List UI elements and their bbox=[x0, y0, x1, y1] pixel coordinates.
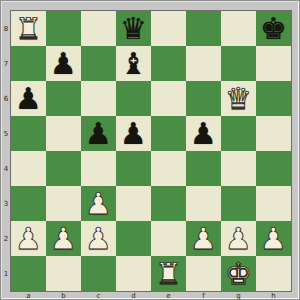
square-c3[interactable]: ♟ bbox=[81, 186, 116, 221]
square-f5[interactable]: ♟ bbox=[186, 116, 221, 151]
piece-black-pawn[interactable]: ♟ bbox=[85, 119, 112, 149]
square-a4[interactable] bbox=[11, 151, 46, 186]
file-label-h: h bbox=[256, 290, 291, 300]
square-g5[interactable] bbox=[221, 116, 256, 151]
square-h6[interactable] bbox=[256, 81, 291, 116]
square-c4[interactable] bbox=[81, 151, 116, 186]
square-f2[interactable]: ♟ bbox=[186, 221, 221, 256]
square-h5[interactable] bbox=[256, 116, 291, 151]
piece-black-pawn[interactable]: ♟ bbox=[190, 119, 217, 149]
square-d6[interactable] bbox=[116, 81, 151, 116]
piece-black-king[interactable]: ♚ bbox=[260, 14, 287, 44]
square-g7[interactable] bbox=[221, 46, 256, 81]
rank-label-3: 3 bbox=[1, 186, 11, 221]
rank-label-4: 4 bbox=[1, 151, 11, 186]
square-d4[interactable] bbox=[116, 151, 151, 186]
square-f8[interactable] bbox=[186, 11, 221, 46]
square-e8[interactable] bbox=[151, 11, 186, 46]
square-d2[interactable] bbox=[116, 221, 151, 256]
square-f7[interactable] bbox=[186, 46, 221, 81]
piece-black-pawn[interactable]: ♟ bbox=[15, 84, 42, 114]
file-labels: abcdefgh bbox=[11, 290, 291, 300]
square-a3[interactable] bbox=[11, 186, 46, 221]
square-a5[interactable] bbox=[11, 116, 46, 151]
square-c6[interactable] bbox=[81, 81, 116, 116]
square-c7[interactable] bbox=[81, 46, 116, 81]
piece-white-rook[interactable]: ♜ bbox=[155, 259, 182, 289]
square-b3[interactable] bbox=[46, 186, 81, 221]
piece-white-queen[interactable]: ♛ bbox=[225, 84, 252, 114]
square-h8[interactable]: ♚ bbox=[256, 11, 291, 46]
board-frame: 87654321 ♜♛♚♟♝♟♛♟♟♟♟♟♟♟♟♟♟♜♚ abcdefgh bbox=[0, 0, 300, 300]
square-d3[interactable] bbox=[116, 186, 151, 221]
piece-white-rook[interactable]: ♜ bbox=[15, 14, 42, 44]
square-g2[interactable]: ♟ bbox=[221, 221, 256, 256]
square-d8[interactable]: ♛ bbox=[116, 11, 151, 46]
file-label-g: g bbox=[221, 290, 256, 300]
square-e3[interactable] bbox=[151, 186, 186, 221]
square-g3[interactable] bbox=[221, 186, 256, 221]
chess-board: ♜♛♚♟♝♟♛♟♟♟♟♟♟♟♟♟♟♜♚ bbox=[11, 11, 291, 291]
file-label-c: c bbox=[81, 290, 116, 300]
square-e1[interactable]: ♜ bbox=[151, 256, 186, 291]
square-e7[interactable] bbox=[151, 46, 186, 81]
rank-labels: 87654321 bbox=[1, 11, 11, 291]
piece-black-bishop[interactable]: ♝ bbox=[120, 49, 147, 79]
piece-white-pawn[interactable]: ♟ bbox=[225, 224, 252, 254]
square-a7[interactable] bbox=[11, 46, 46, 81]
piece-white-king[interactable]: ♚ bbox=[225, 259, 252, 289]
square-d1[interactable] bbox=[116, 256, 151, 291]
piece-white-pawn[interactable]: ♟ bbox=[50, 224, 77, 254]
square-d5[interactable]: ♟ bbox=[116, 116, 151, 151]
piece-white-pawn[interactable]: ♟ bbox=[85, 224, 112, 254]
square-a8[interactable]: ♜ bbox=[11, 11, 46, 46]
rank-label-8: 8 bbox=[1, 11, 11, 46]
square-f1[interactable] bbox=[186, 256, 221, 291]
piece-white-pawn[interactable]: ♟ bbox=[260, 224, 287, 254]
square-c8[interactable] bbox=[81, 11, 116, 46]
piece-white-pawn[interactable]: ♟ bbox=[15, 224, 42, 254]
square-h1[interactable] bbox=[256, 256, 291, 291]
rank-label-7: 7 bbox=[1, 46, 11, 81]
file-label-e: e bbox=[151, 290, 186, 300]
rank-label-2: 2 bbox=[1, 221, 11, 256]
square-e4[interactable] bbox=[151, 151, 186, 186]
square-h3[interactable] bbox=[256, 186, 291, 221]
square-a1[interactable] bbox=[11, 256, 46, 291]
piece-black-pawn[interactable]: ♟ bbox=[50, 49, 77, 79]
square-c2[interactable]: ♟ bbox=[81, 221, 116, 256]
square-g4[interactable] bbox=[221, 151, 256, 186]
file-label-a: a bbox=[11, 290, 46, 300]
file-label-b: b bbox=[46, 290, 81, 300]
piece-white-pawn[interactable]: ♟ bbox=[85, 189, 112, 219]
square-g1[interactable]: ♚ bbox=[221, 256, 256, 291]
square-h7[interactable] bbox=[256, 46, 291, 81]
square-b7[interactable]: ♟ bbox=[46, 46, 81, 81]
square-e6[interactable] bbox=[151, 81, 186, 116]
square-e5[interactable] bbox=[151, 116, 186, 151]
square-a6[interactable]: ♟ bbox=[11, 81, 46, 116]
file-label-d: d bbox=[116, 290, 151, 300]
square-h4[interactable] bbox=[256, 151, 291, 186]
square-d7[interactable]: ♝ bbox=[116, 46, 151, 81]
file-label-f: f bbox=[186, 290, 221, 300]
square-c1[interactable] bbox=[81, 256, 116, 291]
rank-label-5: 5 bbox=[1, 116, 11, 151]
piece-black-queen[interactable]: ♛ bbox=[120, 14, 147, 44]
piece-white-pawn[interactable]: ♟ bbox=[190, 224, 217, 254]
piece-black-pawn[interactable]: ♟ bbox=[120, 119, 147, 149]
square-a2[interactable]: ♟ bbox=[11, 221, 46, 256]
square-f6[interactable] bbox=[186, 81, 221, 116]
rank-label-1: 1 bbox=[1, 256, 11, 291]
square-f3[interactable] bbox=[186, 186, 221, 221]
square-g8[interactable] bbox=[221, 11, 256, 46]
square-b5[interactable] bbox=[46, 116, 81, 151]
square-b6[interactable] bbox=[46, 81, 81, 116]
square-b2[interactable]: ♟ bbox=[46, 221, 81, 256]
square-h2[interactable]: ♟ bbox=[256, 221, 291, 256]
square-g6[interactable]: ♛ bbox=[221, 81, 256, 116]
square-e2[interactable] bbox=[151, 221, 186, 256]
square-c5[interactable]: ♟ bbox=[81, 116, 116, 151]
square-f4[interactable] bbox=[186, 151, 221, 186]
rank-label-6: 6 bbox=[1, 81, 11, 116]
square-b1[interactable] bbox=[46, 256, 81, 291]
square-b4[interactable] bbox=[46, 151, 81, 186]
square-b8[interactable] bbox=[46, 11, 81, 46]
